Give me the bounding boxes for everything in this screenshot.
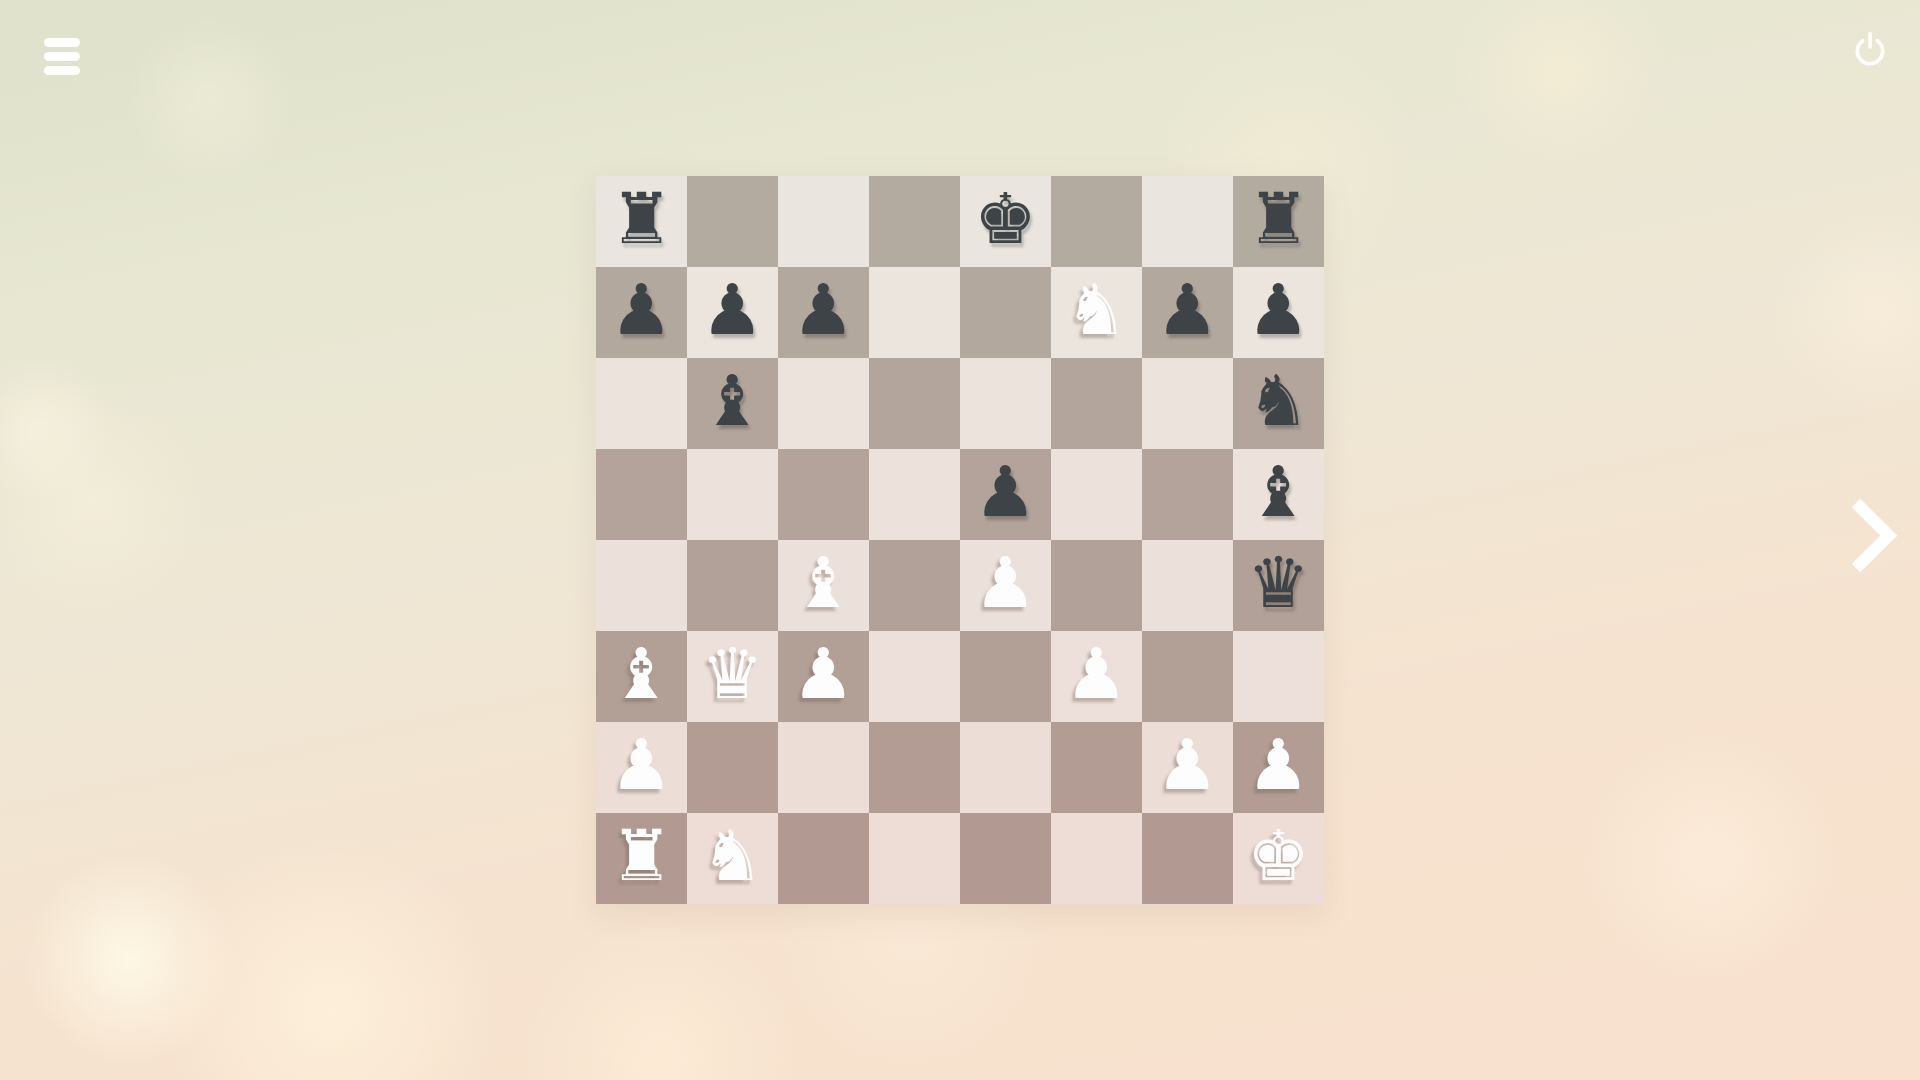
square-g1[interactable] xyxy=(1142,813,1233,904)
black-bishop[interactable]: ♝ xyxy=(701,366,764,436)
square-f2[interactable] xyxy=(1051,722,1142,813)
square-d2[interactable] xyxy=(869,722,960,813)
white-queen[interactable]: ♛ xyxy=(701,639,764,709)
black-pawn[interactable]: ♟ xyxy=(1156,275,1219,345)
black-bishop[interactable]: ♝ xyxy=(1247,457,1310,527)
square-f7[interactable]: ♞ xyxy=(1051,267,1142,358)
square-h4[interactable]: ♛ xyxy=(1233,540,1324,631)
square-b2[interactable] xyxy=(687,722,778,813)
square-b4[interactable] xyxy=(687,540,778,631)
square-g7[interactable]: ♟ xyxy=(1142,267,1233,358)
square-a6[interactable] xyxy=(596,358,687,449)
chevron-right-icon xyxy=(1849,497,1899,575)
hamburger-menu-icon xyxy=(44,52,80,61)
square-f6[interactable] xyxy=(1051,358,1142,449)
chess-board: ♜♚♜♟♟♟♞♟♟♝♞♟♝♝♟♛♝♛♟♟♟♟♟♜♞♚ xyxy=(596,176,1324,904)
hamburger-menu-icon xyxy=(44,66,80,75)
black-pawn[interactable]: ♟ xyxy=(974,457,1037,527)
square-h6[interactable]: ♞ xyxy=(1233,358,1324,449)
square-a7[interactable]: ♟ xyxy=(596,267,687,358)
square-f1[interactable] xyxy=(1051,813,1142,904)
white-king[interactable]: ♚ xyxy=(1247,821,1310,891)
square-e2[interactable] xyxy=(960,722,1051,813)
square-d6[interactable] xyxy=(869,358,960,449)
square-h7[interactable]: ♟ xyxy=(1233,267,1324,358)
square-e3[interactable] xyxy=(960,631,1051,722)
square-g3[interactable] xyxy=(1142,631,1233,722)
square-g2[interactable]: ♟ xyxy=(1142,722,1233,813)
white-rook[interactable]: ♜ xyxy=(610,821,673,891)
square-a3[interactable]: ♝ xyxy=(596,631,687,722)
square-h1[interactable]: ♚ xyxy=(1233,813,1324,904)
white-knight[interactable]: ♞ xyxy=(1065,275,1128,345)
black-knight[interactable]: ♞ xyxy=(1247,366,1310,436)
white-pawn[interactable]: ♟ xyxy=(1247,730,1310,800)
square-c1[interactable] xyxy=(778,813,869,904)
white-bishop[interactable]: ♝ xyxy=(610,639,673,709)
square-f4[interactable] xyxy=(1051,540,1142,631)
square-a8[interactable]: ♜ xyxy=(596,176,687,267)
square-c5[interactable] xyxy=(778,449,869,540)
hamburger-menu-icon xyxy=(44,38,80,47)
square-c2[interactable] xyxy=(778,722,869,813)
hamburger-menu-button[interactable] xyxy=(44,38,80,75)
square-c6[interactable] xyxy=(778,358,869,449)
square-c8[interactable] xyxy=(778,176,869,267)
square-d4[interactable] xyxy=(869,540,960,631)
square-h3[interactable] xyxy=(1233,631,1324,722)
black-pawn[interactable]: ♟ xyxy=(792,275,855,345)
square-e8[interactable]: ♚ xyxy=(960,176,1051,267)
square-e1[interactable] xyxy=(960,813,1051,904)
white-knight[interactable]: ♞ xyxy=(701,821,764,891)
square-a1[interactable]: ♜ xyxy=(596,813,687,904)
square-e7[interactable] xyxy=(960,267,1051,358)
square-g8[interactable] xyxy=(1142,176,1233,267)
square-g6[interactable] xyxy=(1142,358,1233,449)
square-d5[interactable] xyxy=(869,449,960,540)
square-f8[interactable] xyxy=(1051,176,1142,267)
white-bishop[interactable]: ♝ xyxy=(792,548,855,618)
square-h8[interactable]: ♜ xyxy=(1233,176,1324,267)
black-queen[interactable]: ♛ xyxy=(1247,548,1310,618)
black-pawn[interactable]: ♟ xyxy=(701,275,764,345)
square-a5[interactable] xyxy=(596,449,687,540)
power-icon xyxy=(1851,30,1889,70)
square-b6[interactable]: ♝ xyxy=(687,358,778,449)
square-e5[interactable]: ♟ xyxy=(960,449,1051,540)
square-f5[interactable] xyxy=(1051,449,1142,540)
square-b1[interactable]: ♞ xyxy=(687,813,778,904)
black-pawn[interactable]: ♟ xyxy=(610,275,673,345)
white-pawn[interactable]: ♟ xyxy=(974,548,1037,618)
power-button[interactable] xyxy=(1851,30,1889,70)
square-d7[interactable] xyxy=(869,267,960,358)
black-rook[interactable]: ♜ xyxy=(1247,184,1310,254)
next-puzzle-button[interactable] xyxy=(1849,497,1899,575)
black-pawn[interactable]: ♟ xyxy=(1247,275,1310,345)
square-e4[interactable]: ♟ xyxy=(960,540,1051,631)
black-king[interactable]: ♚ xyxy=(974,184,1037,254)
square-d3[interactable] xyxy=(869,631,960,722)
square-b3[interactable]: ♛ xyxy=(687,631,778,722)
square-h5[interactable]: ♝ xyxy=(1233,449,1324,540)
white-pawn[interactable]: ♟ xyxy=(792,639,855,709)
square-h2[interactable]: ♟ xyxy=(1233,722,1324,813)
square-g4[interactable] xyxy=(1142,540,1233,631)
square-a2[interactable]: ♟ xyxy=(596,722,687,813)
square-c3[interactable]: ♟ xyxy=(778,631,869,722)
square-a4[interactable] xyxy=(596,540,687,631)
white-pawn[interactable]: ♟ xyxy=(1156,730,1219,800)
square-d8[interactable] xyxy=(869,176,960,267)
white-pawn[interactable]: ♟ xyxy=(610,730,673,800)
square-b8[interactable] xyxy=(687,176,778,267)
square-g5[interactable] xyxy=(1142,449,1233,540)
square-c4[interactable]: ♝ xyxy=(778,540,869,631)
square-b7[interactable]: ♟ xyxy=(687,267,778,358)
square-b5[interactable] xyxy=(687,449,778,540)
black-rook[interactable]: ♜ xyxy=(610,184,673,254)
square-d1[interactable] xyxy=(869,813,960,904)
white-pawn[interactable]: ♟ xyxy=(1065,639,1128,709)
square-c7[interactable]: ♟ xyxy=(778,267,869,358)
square-e6[interactable] xyxy=(960,358,1051,449)
square-f3[interactable]: ♟ xyxy=(1051,631,1142,722)
